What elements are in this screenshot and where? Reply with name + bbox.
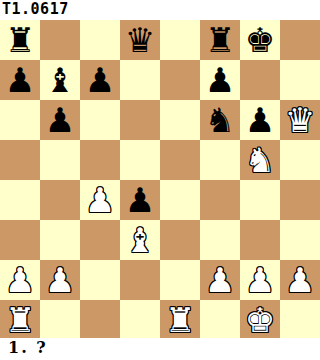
piece-black-pawn: ♟ [85,60,115,100]
square-d2[interactable] [120,260,160,300]
square-c7[interactable]: ♟ [80,60,120,100]
move-prompt: 1. ? [0,338,320,360]
piece-black-pawn: ♟ [125,180,155,220]
piece-white-pawn: ♟ [285,260,315,300]
piece-black-rook: ♜ [5,20,35,60]
square-c1[interactable] [80,300,120,340]
square-b4[interactable] [40,180,80,220]
square-e6[interactable] [160,100,200,140]
square-h5[interactable] [280,140,320,180]
square-f5[interactable] [200,140,240,180]
square-f4[interactable] [200,180,240,220]
square-h8[interactable] [280,20,320,60]
square-f7[interactable]: ♟ [200,60,240,100]
square-f6[interactable]: ♞ [200,100,240,140]
square-c4[interactable]: ♟ [80,180,120,220]
square-b5[interactable] [40,140,80,180]
square-e7[interactable] [160,60,200,100]
square-b3[interactable] [40,220,80,260]
square-f2[interactable]: ♟ [200,260,240,300]
piece-white-pawn: ♟ [5,260,35,300]
piece-black-pawn: ♟ [245,100,275,140]
piece-black-queen: ♛ [125,20,155,60]
piece-white-rook: ♜ [165,300,195,340]
piece-white-knight: ♞ [245,140,275,180]
square-b7[interactable]: ♝ [40,60,80,100]
chess-board: ♜♛♜♚♟♝♟♟♟♞♟♛♞♟♟♝♟♟♟♟♟♜♜♚ [0,20,320,340]
diagram-title: T1.0617 [0,0,320,20]
piece-black-king: ♚ [245,20,275,60]
square-c2[interactable] [80,260,120,300]
square-f1[interactable] [200,300,240,340]
piece-white-pawn: ♟ [85,180,115,220]
square-g5[interactable]: ♞ [240,140,280,180]
square-g3[interactable] [240,220,280,260]
square-a6[interactable] [0,100,40,140]
square-d1[interactable] [120,300,160,340]
square-g2[interactable]: ♟ [240,260,280,300]
square-g8[interactable]: ♚ [240,20,280,60]
square-e1[interactable]: ♜ [160,300,200,340]
piece-white-rook: ♜ [5,300,35,340]
square-g7[interactable] [240,60,280,100]
piece-white-queen: ♛ [285,100,315,140]
square-d6[interactable] [120,100,160,140]
square-c5[interactable] [80,140,120,180]
square-a8[interactable]: ♜ [0,20,40,60]
square-d8[interactable]: ♛ [120,20,160,60]
square-e5[interactable] [160,140,200,180]
square-h1[interactable] [280,300,320,340]
square-a1[interactable]: ♜ [0,300,40,340]
piece-white-bishop: ♝ [125,220,155,260]
square-c3[interactable] [80,220,120,260]
square-h4[interactable] [280,180,320,220]
square-d3[interactable]: ♝ [120,220,160,260]
square-c8[interactable] [80,20,120,60]
square-f3[interactable] [200,220,240,260]
square-e3[interactable] [160,220,200,260]
square-a4[interactable] [0,180,40,220]
square-d4[interactable]: ♟ [120,180,160,220]
square-c6[interactable] [80,100,120,140]
piece-black-rook: ♜ [205,20,235,60]
square-e8[interactable] [160,20,200,60]
square-b2[interactable]: ♟ [40,260,80,300]
square-a2[interactable]: ♟ [0,260,40,300]
square-a3[interactable] [0,220,40,260]
piece-white-pawn: ♟ [245,260,275,300]
piece-black-bishop: ♝ [45,60,75,100]
square-g1[interactable]: ♚ [240,300,280,340]
piece-black-pawn: ♟ [205,60,235,100]
square-h7[interactable] [280,60,320,100]
square-b8[interactable] [40,20,80,60]
square-d5[interactable] [120,140,160,180]
square-d7[interactable] [120,60,160,100]
piece-white-king: ♚ [245,300,275,340]
piece-black-knight: ♞ [205,100,235,140]
square-b1[interactable] [40,300,80,340]
square-a5[interactable] [0,140,40,180]
square-h3[interactable] [280,220,320,260]
piece-white-pawn: ♟ [45,260,75,300]
square-e4[interactable] [160,180,200,220]
square-f8[interactable]: ♜ [200,20,240,60]
square-a7[interactable]: ♟ [0,60,40,100]
piece-white-pawn: ♟ [205,260,235,300]
square-h6[interactable]: ♛ [280,100,320,140]
square-g6[interactable]: ♟ [240,100,280,140]
square-h2[interactable]: ♟ [280,260,320,300]
square-g4[interactable] [240,180,280,220]
square-e2[interactable] [160,260,200,300]
square-b6[interactable]: ♟ [40,100,80,140]
piece-black-pawn: ♟ [5,60,35,100]
piece-black-pawn: ♟ [45,100,75,140]
